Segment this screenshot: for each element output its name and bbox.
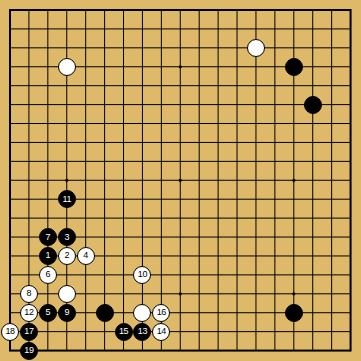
stone-Q3 bbox=[285, 304, 303, 322]
stone-D4 bbox=[58, 285, 76, 303]
stone-A2: 18 bbox=[1, 323, 19, 341]
stone-Q16 bbox=[285, 58, 303, 76]
stone-E6: 4 bbox=[77, 247, 95, 265]
stone-B3: 12 bbox=[20, 304, 38, 322]
stone-B2: 17 bbox=[20, 323, 38, 341]
stone-C6: 1 bbox=[39, 247, 57, 265]
stone-R14 bbox=[304, 96, 322, 114]
stone-D3: 9 bbox=[58, 304, 76, 322]
stone-C7: 7 bbox=[39, 228, 57, 246]
stone-D9: 11 bbox=[58, 190, 76, 208]
stone-J2: 14 bbox=[152, 323, 170, 341]
stone-C3: 5 bbox=[39, 304, 57, 322]
stone-J3: 16 bbox=[152, 304, 170, 322]
stone-D16 bbox=[58, 58, 76, 76]
stone-C5: 6 bbox=[39, 266, 57, 284]
stone-G2: 15 bbox=[115, 323, 133, 341]
stone-H2: 13 bbox=[133, 323, 151, 341]
stone-B4: 8 bbox=[20, 285, 38, 303]
stone-F3 bbox=[96, 304, 114, 322]
stone-D7: 3 bbox=[58, 228, 76, 246]
go-board-diagram: 12345678910111213141516171819 bbox=[0, 0, 361, 361]
stone-O17 bbox=[247, 39, 265, 57]
stone-B1: 19 bbox=[20, 342, 38, 360]
stone-D6: 2 bbox=[58, 247, 76, 265]
